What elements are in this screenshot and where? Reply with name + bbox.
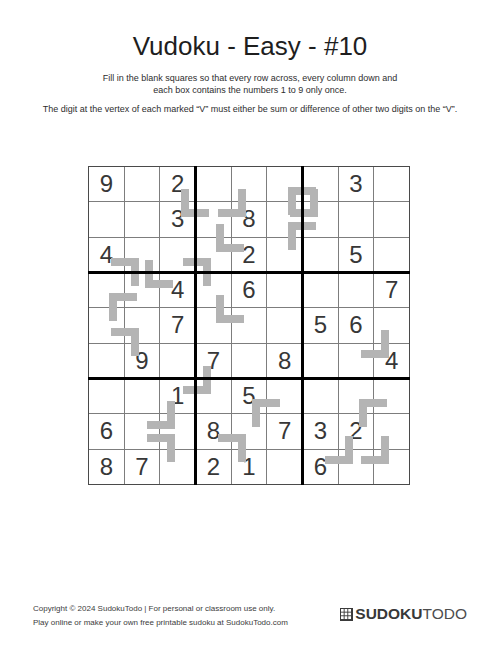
v-mark-18-vertical-arm [238, 434, 246, 462]
v-mark-12-vertical-arm [216, 295, 224, 323]
v-mark-1-vertical-arm [181, 189, 189, 217]
bold-vertical-line-3 [194, 166, 197, 485]
v-mark-5-vertical-arm [288, 222, 296, 250]
v-mark-20-vertical-arm [345, 436, 353, 464]
cell-r1c8[interactable]: 3 [339, 167, 374, 201]
cell-r9c9[interactable] [374, 450, 409, 484]
cell-r6c2[interactable]: 9 [125, 344, 160, 378]
cell-r4c4[interactable] [196, 273, 231, 307]
sudoku-board: 923384254677569784156873287216 [88, 166, 410, 485]
cell-r4c9[interactable]: 7 [374, 273, 409, 307]
cell-r1c2[interactable] [125, 167, 160, 201]
grid-icon [340, 608, 353, 621]
cell-r9c2[interactable]: 7 [125, 450, 160, 484]
cell-r3c2[interactable] [125, 238, 160, 272]
cell-r5c2[interactable] [125, 308, 160, 342]
cell-r3c5[interactable]: 2 [232, 238, 267, 272]
cell-r3c3[interactable] [160, 238, 195, 272]
cell-r2c2[interactable] [125, 202, 160, 236]
cell-r4c3[interactable]: 4 [160, 273, 195, 307]
cell-r5c1[interactable] [89, 308, 124, 342]
cell-r6c5[interactable] [232, 344, 267, 378]
cell-r8c4[interactable]: 8 [196, 414, 231, 448]
cell-r4c8[interactable] [339, 273, 374, 307]
cell-r2c3[interactable]: 3 [160, 202, 195, 236]
instructions-line-3: The digit at the vertex of each marked “… [0, 103, 500, 115]
logo-text-light: TODO [423, 605, 468, 623]
v-mark-10-vertical-arm [109, 293, 117, 321]
cell-r3c9[interactable] [374, 238, 409, 272]
cell-r9c3[interactable] [160, 450, 195, 484]
cell-r2c8[interactable] [339, 202, 374, 236]
cell-r5c6[interactable] [267, 308, 302, 342]
cell-r8c9[interactable] [374, 414, 409, 448]
cell-r9c8[interactable] [339, 450, 374, 484]
cell-r7c1[interactable] [89, 379, 124, 413]
cell-r7c4[interactable] [196, 379, 231, 413]
sudokutodo-logo: SUDOKUTODO [340, 606, 467, 622]
cell-r5c8[interactable]: 6 [339, 308, 374, 342]
footer-copyright-line-1: Copyright © 2024 SudokuTodo | For person… [33, 602, 288, 616]
v-mark-2-vertical-arm [238, 189, 246, 217]
cell-r5c7[interactable]: 5 [303, 308, 338, 342]
cell-r7c7[interactable] [303, 379, 338, 413]
v-mark-11-vertical-arm [131, 328, 139, 356]
cell-r1c3[interactable]: 2 [160, 167, 195, 201]
v-mark-4-vertical-arm [310, 189, 318, 217]
cell-r5c9[interactable] [374, 308, 409, 342]
footer-copyright: Copyright © 2024 SudokuTodo | For person… [33, 602, 288, 629]
bold-horizontal-line-3 [88, 271, 410, 274]
cell-r1c1[interactable]: 9 [89, 167, 124, 201]
cell-r5c4[interactable] [196, 308, 231, 342]
cell-r6c4[interactable]: 7 [196, 344, 231, 378]
v-mark-16-vertical-arm [167, 434, 175, 462]
cell-r9c5[interactable]: 1 [232, 450, 267, 484]
cell-r4c2[interactable] [125, 273, 160, 307]
v-mark-17-vertical-arm [252, 399, 260, 427]
cell-r3c8[interactable]: 5 [339, 238, 374, 272]
cell-r7c6[interactable] [267, 379, 302, 413]
cell-r7c3[interactable]: 1 [160, 379, 195, 413]
cell-r5c5[interactable] [232, 308, 267, 342]
v-mark-19-vertical-arm [359, 399, 367, 427]
cell-r9c4[interactable]: 2 [196, 450, 231, 484]
v-mark-21-vertical-arm [381, 436, 389, 464]
page-title: Vudoku - Easy - #10 [0, 31, 500, 62]
printable-puzzle-page: Vudoku - Easy - #10 Fill in the blank sq… [0, 0, 500, 647]
cell-r2c9[interactable] [374, 202, 409, 236]
cell-r8c2[interactable] [125, 414, 160, 448]
cell-r2c5[interactable]: 8 [232, 202, 267, 236]
cell-r8c1[interactable]: 6 [89, 414, 124, 448]
cell-r2c7[interactable] [303, 202, 338, 236]
cell-r6c6[interactable]: 8 [267, 344, 302, 378]
cell-r2c4[interactable] [196, 202, 231, 236]
v-mark-13-vertical-arm [381, 330, 389, 358]
cell-r7c2[interactable] [125, 379, 160, 413]
cell-r9c6[interactable] [267, 450, 302, 484]
instructions-line-1: Fill in the blank squares so that every … [0, 72, 500, 84]
cell-r1c4[interactable] [196, 167, 231, 201]
cell-r8c5[interactable] [232, 414, 267, 448]
cell-r4c5[interactable]: 6 [232, 273, 267, 307]
cell-r7c9[interactable] [374, 379, 409, 413]
instructions-paragraph-1: Fill in the blank squares so that every … [0, 72, 500, 96]
cell-r4c7[interactable] [303, 273, 338, 307]
logo-text-bold: SUDOKU [355, 605, 422, 623]
cell-r1c9[interactable] [374, 167, 409, 201]
cell-r8c8[interactable]: 2 [339, 414, 374, 448]
cell-r9c1[interactable]: 8 [89, 450, 124, 484]
cell-r5c3[interactable]: 7 [160, 308, 195, 342]
instructions-line-2: each box contains the numbers 1 to 9 onl… [0, 84, 500, 96]
cell-r6c7[interactable] [303, 344, 338, 378]
cell-r6c3[interactable] [160, 344, 195, 378]
footer-copyright-line-2: Play online or make your own free printa… [33, 616, 288, 630]
cell-r6c1[interactable] [89, 344, 124, 378]
cell-r1c7[interactable] [303, 167, 338, 201]
cell-r6c9[interactable]: 4 [374, 344, 409, 378]
bold-horizontal-line-6 [88, 377, 410, 380]
cell-r1c5[interactable] [232, 167, 267, 201]
cell-r8c7[interactable]: 3 [303, 414, 338, 448]
instructions-paragraph-2: The digit at the vertex of each marked “… [0, 103, 500, 115]
cell-r8c6[interactable]: 7 [267, 414, 302, 448]
cell-r7c5[interactable]: 5 [232, 379, 267, 413]
cell-r2c6[interactable] [267, 202, 302, 236]
cell-r3c4[interactable] [196, 238, 231, 272]
cell-r9c7[interactable]: 6 [303, 450, 338, 484]
cell-r3c1[interactable]: 4 [89, 238, 124, 272]
cell-r4c6[interactable] [267, 273, 302, 307]
v-mark-6-vertical-arm [216, 224, 224, 252]
cell-r2c1[interactable] [89, 202, 124, 236]
cell-r7c8[interactable] [339, 379, 374, 413]
cell-r4c1[interactable] [89, 273, 124, 307]
cell-r3c6[interactable] [267, 238, 302, 272]
cell-r6c8[interactable] [339, 344, 374, 378]
v-mark-15-vertical-arm [167, 401, 175, 429]
cell-r1c6[interactable] [267, 167, 302, 201]
cell-r3c7[interactable] [303, 238, 338, 272]
cell-r8c3[interactable] [160, 414, 195, 448]
bold-vertical-line-6 [301, 166, 304, 485]
